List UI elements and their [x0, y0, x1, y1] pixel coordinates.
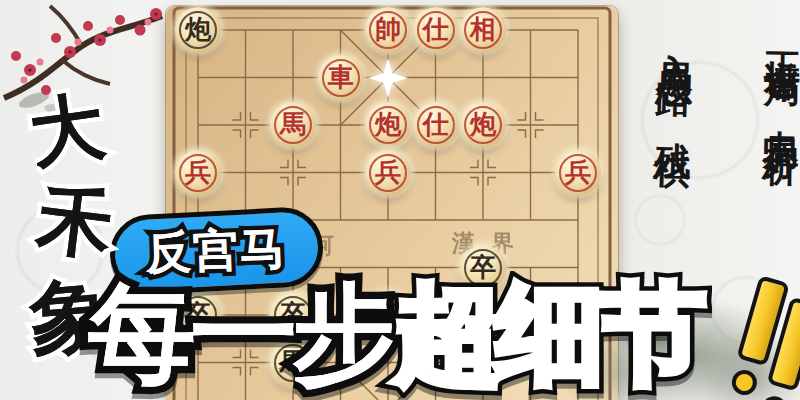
piece-red-file6-row1[interactable]: 仕: [413, 7, 459, 53]
last-move-sparkle-icon: [368, 58, 408, 98]
slogan-inner-column: 入局思路 残棋: [649, 23, 702, 131]
thumbnail-stage: 楚河 漢界 炮帥仕相車馬炮仕炮兵兵兵卒卒卒卒卒馬 大 禾 象 反宫马 每一步超细…: [0, 0, 800, 400]
caption-white-text: 每一步: [88, 280, 394, 388]
piece-red-file9-row4[interactable]: 兵: [555, 150, 601, 196]
piece-red-file5-row4[interactable]: 兵: [365, 150, 411, 196]
channel-char-2: 禾: [34, 180, 122, 263]
exclamation-dot: [759, 393, 790, 400]
piece-red-file5-row1[interactable]: 帥: [365, 7, 411, 53]
piece-black-file1-row1[interactable]: 炮: [175, 7, 221, 53]
slogan-outer-column: 正谱布局 中局分析: [757, 24, 800, 130]
piece-red-file3-row3[interactable]: 馬: [270, 102, 316, 148]
piece-red-file5-row3[interactable]: 炮: [365, 102, 411, 148]
piece-red-file7-row3[interactable]: 炮: [460, 102, 506, 148]
exclamation-dot: [729, 367, 760, 398]
caption-banner: 每一步超细节: [88, 280, 700, 388]
channel-char-1: 大: [25, 87, 115, 171]
piece-red-file1-row4[interactable]: 兵: [175, 150, 221, 196]
piece-red-file6-row3[interactable]: 仕: [413, 102, 459, 148]
caption-blue-text: 超细节: [394, 280, 700, 388]
piece-red-file4-row2[interactable]: 車: [318, 55, 364, 101]
piece-red-file7-row1[interactable]: 相: [460, 7, 506, 53]
